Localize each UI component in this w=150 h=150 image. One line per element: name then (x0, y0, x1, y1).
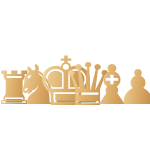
pawn-piece-icon: ♟ (116, 63, 150, 111)
chess-piece-set-photo: ♜ ♞ ♚ ♛ ♝ ♟ (0, 0, 150, 150)
